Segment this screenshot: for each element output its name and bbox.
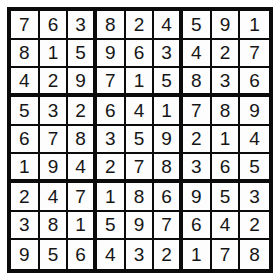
- sudoku-cell-r1c5[interactable]: 2: [126, 11, 155, 40]
- sudoku-cell-r5c1[interactable]: 6: [11, 126, 40, 155]
- sudoku-cell-r9c9[interactable]: 8: [240, 240, 269, 269]
- sudoku-board: 7638245918159634274297158365326417896783…: [7, 7, 273, 273]
- sudoku-cell-r5c7[interactable]: 2: [183, 126, 212, 155]
- sudoku-cell-r8c3[interactable]: 1: [68, 212, 97, 241]
- sudoku-cell-r2c2[interactable]: 1: [40, 40, 69, 69]
- sudoku-cell-r1c2[interactable]: 6: [40, 11, 69, 40]
- sudoku-cell-r7c2[interactable]: 4: [40, 183, 69, 212]
- sudoku-cell-r3c5[interactable]: 1: [126, 68, 155, 97]
- page: 7638245918159634274297158365326417896783…: [0, 0, 280, 280]
- sudoku-cell-r5c5[interactable]: 5: [126, 126, 155, 155]
- sudoku-cell-r6c8[interactable]: 6: [212, 154, 241, 183]
- sudoku-cell-r9c3[interactable]: 6: [68, 240, 97, 269]
- sudoku-cell-r8c2[interactable]: 8: [40, 212, 69, 241]
- sudoku-cell-r7c8[interactable]: 5: [212, 183, 241, 212]
- sudoku-cell-r2c9[interactable]: 7: [240, 40, 269, 69]
- sudoku-cell-r7c9[interactable]: 3: [240, 183, 269, 212]
- sudoku-cell-r1c4[interactable]: 8: [97, 11, 126, 40]
- sudoku-cell-r7c4[interactable]: 1: [97, 183, 126, 212]
- sudoku-cell-r6c3[interactable]: 4: [68, 154, 97, 183]
- sudoku-cell-r2c1[interactable]: 8: [11, 40, 40, 69]
- sudoku-cell-r2c7[interactable]: 4: [183, 40, 212, 69]
- sudoku-cell-r5c4[interactable]: 3: [97, 126, 126, 155]
- sudoku-cell-r8c8[interactable]: 4: [212, 212, 241, 241]
- sudoku-cell-r4c6[interactable]: 1: [154, 97, 183, 126]
- sudoku-cell-r1c8[interactable]: 9: [212, 11, 241, 40]
- sudoku-cell-r2c4[interactable]: 9: [97, 40, 126, 69]
- sudoku-cell-r9c7[interactable]: 1: [183, 240, 212, 269]
- sudoku-cell-r4c1[interactable]: 5: [11, 97, 40, 126]
- sudoku-cell-r5c9[interactable]: 4: [240, 126, 269, 155]
- sudoku-cell-r8c9[interactable]: 2: [240, 212, 269, 241]
- sudoku-cell-r4c8[interactable]: 8: [212, 97, 241, 126]
- sudoku-cell-r1c9[interactable]: 1: [240, 11, 269, 40]
- sudoku-cell-r6c7[interactable]: 3: [183, 154, 212, 183]
- sudoku-cell-r4c5[interactable]: 4: [126, 97, 155, 126]
- sudoku-cell-r4c4[interactable]: 6: [97, 97, 126, 126]
- sudoku-cell-r3c6[interactable]: 5: [154, 68, 183, 97]
- sudoku-cell-r4c7[interactable]: 7: [183, 97, 212, 126]
- sudoku-cell-r2c6[interactable]: 3: [154, 40, 183, 69]
- sudoku-cell-r9c1[interactable]: 9: [11, 240, 40, 269]
- sudoku-cell-r6c5[interactable]: 7: [126, 154, 155, 183]
- sudoku-cell-r6c6[interactable]: 8: [154, 154, 183, 183]
- sudoku-cell-r3c2[interactable]: 2: [40, 68, 69, 97]
- sudoku-cell-r7c6[interactable]: 6: [154, 183, 183, 212]
- sudoku-cell-r3c1[interactable]: 4: [11, 68, 40, 97]
- sudoku-cell-r1c7[interactable]: 5: [183, 11, 212, 40]
- sudoku-cell-r6c4[interactable]: 2: [97, 154, 126, 183]
- sudoku-cell-r9c4[interactable]: 4: [97, 240, 126, 269]
- sudoku-cell-r3c9[interactable]: 6: [240, 68, 269, 97]
- sudoku-cell-r2c8[interactable]: 2: [212, 40, 241, 69]
- sudoku-cell-r8c7[interactable]: 6: [183, 212, 212, 241]
- sudoku-cell-r2c5[interactable]: 6: [126, 40, 155, 69]
- sudoku-cell-r3c4[interactable]: 7: [97, 68, 126, 97]
- sudoku-cell-r3c3[interactable]: 9: [68, 68, 97, 97]
- sudoku-cell-r7c1[interactable]: 2: [11, 183, 40, 212]
- sudoku-cell-r6c2[interactable]: 9: [40, 154, 69, 183]
- sudoku-cell-r4c2[interactable]: 3: [40, 97, 69, 126]
- sudoku-cell-r5c2[interactable]: 7: [40, 126, 69, 155]
- sudoku-cell-r9c6[interactable]: 2: [154, 240, 183, 269]
- sudoku-cell-r1c3[interactable]: 3: [68, 11, 97, 40]
- sudoku-cell-r9c8[interactable]: 7: [212, 240, 241, 269]
- sudoku-cell-r7c3[interactable]: 7: [68, 183, 97, 212]
- sudoku-cell-r5c3[interactable]: 8: [68, 126, 97, 155]
- sudoku-cell-r1c6[interactable]: 4: [154, 11, 183, 40]
- sudoku-cell-r8c5[interactable]: 9: [126, 212, 155, 241]
- sudoku-cell-r5c8[interactable]: 1: [212, 126, 241, 155]
- sudoku-cell-r6c1[interactable]: 1: [11, 154, 40, 183]
- sudoku-cell-r1c1[interactable]: 7: [11, 11, 40, 40]
- sudoku-cell-r7c7[interactable]: 9: [183, 183, 212, 212]
- sudoku-cell-r5c6[interactable]: 9: [154, 126, 183, 155]
- sudoku-cell-r7c5[interactable]: 8: [126, 183, 155, 212]
- sudoku-cell-r2c3[interactable]: 5: [68, 40, 97, 69]
- sudoku-cell-r8c1[interactable]: 3: [11, 212, 40, 241]
- sudoku-cell-r9c5[interactable]: 3: [126, 240, 155, 269]
- sudoku-cell-r4c9[interactable]: 9: [240, 97, 269, 126]
- sudoku-cell-r9c2[interactable]: 5: [40, 240, 69, 269]
- sudoku-cell-r6c9[interactable]: 5: [240, 154, 269, 183]
- sudoku-cell-r3c8[interactable]: 3: [212, 68, 241, 97]
- sudoku-cell-r8c4[interactable]: 5: [97, 212, 126, 241]
- sudoku-cell-r8c6[interactable]: 7: [154, 212, 183, 241]
- sudoku-cell-r4c3[interactable]: 2: [68, 97, 97, 126]
- sudoku-cell-r3c7[interactable]: 8: [183, 68, 212, 97]
